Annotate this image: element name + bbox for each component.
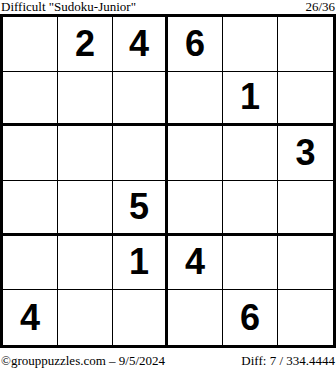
cell-r3c6[interactable]: 3 bbox=[278, 126, 333, 181]
cell-r4c6[interactable] bbox=[278, 181, 333, 236]
cell-r3c4[interactable] bbox=[168, 126, 223, 181]
cell-r1c4[interactable]: 6 bbox=[168, 17, 223, 72]
cell-r6c1[interactable]: 4 bbox=[3, 290, 58, 345]
cell-r5c5[interactable] bbox=[223, 236, 278, 291]
cell-r5c3[interactable]: 1 bbox=[113, 236, 168, 291]
cell-r1c5[interactable] bbox=[223, 17, 278, 72]
puzzle-title: Difficult "Sudoku-Junior" bbox=[1, 0, 136, 13]
cell-r6c6[interactable] bbox=[278, 290, 333, 345]
sudoku-board: 2 4 6 1 3 5 1 4 4 6 bbox=[0, 14, 336, 348]
cell-r5c4[interactable]: 4 bbox=[168, 236, 223, 291]
cell-r4c5[interactable] bbox=[223, 181, 278, 236]
cell-r5c1[interactable] bbox=[3, 236, 58, 291]
cell-r4c3[interactable]: 5 bbox=[113, 181, 168, 236]
header: Difficult "Sudoku-Junior" 26/36 bbox=[0, 0, 336, 14]
cell-r6c3[interactable] bbox=[113, 290, 168, 345]
cell-r2c3[interactable] bbox=[113, 72, 168, 127]
cell-r1c6[interactable] bbox=[278, 17, 333, 72]
cell-r5c2[interactable] bbox=[58, 236, 113, 291]
cell-r3c5[interactable] bbox=[223, 126, 278, 181]
footer: ©grouppuzzles.com – 9/5/2024 Diff: 7 / 3… bbox=[0, 348, 336, 370]
cell-r3c1[interactable] bbox=[3, 126, 58, 181]
cell-r3c2[interactable] bbox=[58, 126, 113, 181]
cell-r6c4[interactable] bbox=[168, 290, 223, 345]
puzzle-page: Difficult "Sudoku-Junior" 26/36 2 4 6 1 … bbox=[0, 0, 336, 370]
cell-r5c6[interactable] bbox=[278, 236, 333, 291]
cell-r3c3[interactable] bbox=[113, 126, 168, 181]
cell-r2c4[interactable] bbox=[168, 72, 223, 127]
cell-r1c2[interactable]: 2 bbox=[58, 17, 113, 72]
cell-r4c1[interactable] bbox=[3, 181, 58, 236]
copyright-text: ©grouppuzzles.com – 9/5/2024 bbox=[1, 353, 165, 369]
cell-r6c5[interactable]: 6 bbox=[223, 290, 278, 345]
cell-r4c4[interactable] bbox=[168, 181, 223, 236]
cell-r2c2[interactable] bbox=[58, 72, 113, 127]
cell-r1c1[interactable] bbox=[3, 17, 58, 72]
cell-r6c2[interactable] bbox=[58, 290, 113, 345]
cell-r2c1[interactable] bbox=[3, 72, 58, 127]
difficulty-text: Diff: 7 / 334.4444 bbox=[241, 353, 335, 369]
puzzle-counter: 26/36 bbox=[305, 0, 335, 13]
cell-r2c5[interactable]: 1 bbox=[223, 72, 278, 127]
cell-r4c2[interactable] bbox=[58, 181, 113, 236]
cell-r1c3[interactable]: 4 bbox=[113, 17, 168, 72]
cell-r2c6[interactable] bbox=[278, 72, 333, 127]
